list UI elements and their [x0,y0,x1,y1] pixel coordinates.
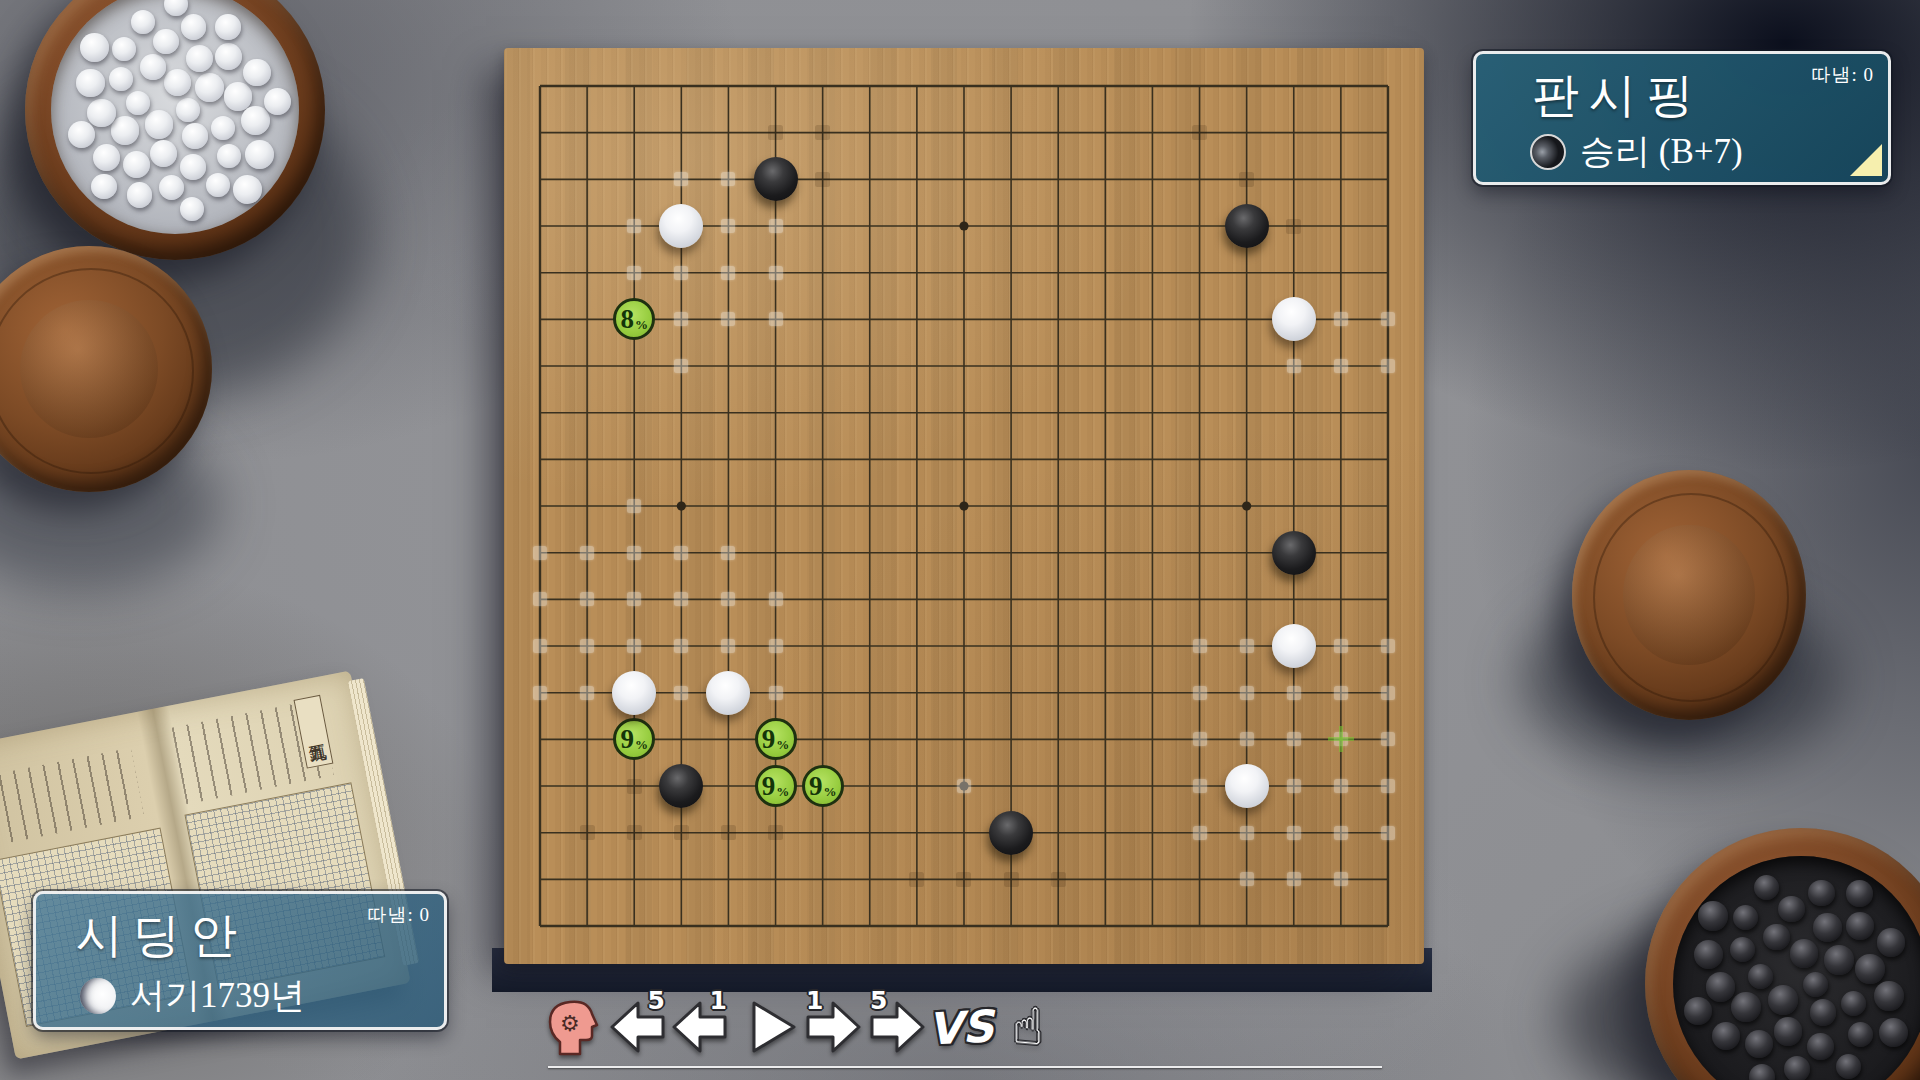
white-bowl-stone [215,43,242,70]
territory-white-square [1381,359,1395,373]
black-bowl-stone [1745,1030,1773,1058]
territory-white-square [1193,779,1207,793]
territory-white-square [1381,826,1395,840]
white-bowl-stone [93,144,120,171]
vs-mode-button[interactable]: VS [931,998,991,1056]
white-bowl-stone [195,73,224,102]
vs-label: VS [927,1000,995,1054]
territory-white-square [721,546,735,560]
back-1-button[interactable]: 1 [669,998,729,1056]
white-bowl-stone [224,82,253,111]
arrow-left-icon [609,1000,665,1054]
territory-white-square [721,172,735,186]
star-point [959,221,968,230]
black-bowl-stone [1790,939,1818,967]
black-bowl-stone [1855,954,1885,984]
territory-white-square [1381,312,1395,326]
era-label: 서기1739년 [130,972,305,1019]
star-point [677,501,686,510]
territory-white-square [674,639,688,653]
play-button[interactable] [744,998,804,1056]
black-bowl-stone [1774,1017,1802,1045]
black-stone-F17 [754,157,798,201]
territory-black-square [1051,872,1066,887]
black-bowl-stone [1784,1056,1811,1080]
white-bowl-stone [150,140,177,167]
gear-icon: ⚙ [560,1011,580,1036]
white-bowl-stone [164,69,191,96]
black-bowl-stone [1877,928,1905,956]
white-bowl-stone [206,173,230,197]
white-bowl-stone [111,116,140,145]
black-bowl-stone [1807,1033,1834,1060]
territory-black-square [815,172,830,187]
black-bowl-stone [1712,1022,1740,1050]
territory-white-square [627,546,641,560]
black-stone-Q16 [1225,204,1269,248]
territory-white-square [769,266,783,280]
black-bowl-stone [1836,1054,1861,1079]
win-rate-value: 8 [620,306,634,333]
white-bowl-stone [112,37,136,61]
best-move-hint-cross [1328,726,1354,752]
territory-white-square [580,592,594,606]
white-bowl-stone [126,91,150,115]
win-rate-marker-F5[interactable]: 9% [755,718,797,760]
territory-white-square [674,686,688,700]
black-bowl-stone [1694,940,1724,970]
black-bowl-stone [1698,901,1728,931]
white-bowl-stone [153,29,179,55]
black-bowl-stone [1733,905,1758,930]
ai-analysis-button[interactable]: ⚙ [543,998,603,1056]
white-bowl-stone [123,151,150,178]
territory-white-square [1193,826,1207,840]
territory-white-square [1240,826,1254,840]
territory-white-square [1334,779,1348,793]
black-bowl-stone [1684,997,1712,1025]
white-bowl-stone [217,144,241,168]
territory-white-square [1193,639,1207,653]
territory-black-square [674,825,689,840]
territory-white-square [1240,686,1254,700]
black-bowl-stone [1810,999,1837,1026]
white-bowl-stone [159,175,185,201]
arrow-right-icon [870,1000,926,1054]
territory-white-square [721,639,735,653]
black-stone-R9 [1272,531,1316,575]
territory-white-square [1334,686,1348,700]
white-bowl-stone [233,175,262,204]
white-bowl-stone [180,197,204,221]
white-bowl-stone [145,110,174,139]
territory-white-square [1240,639,1254,653]
board-grid [504,48,1424,964]
white-bowl-stone [131,10,155,34]
territory-white-square [721,312,735,326]
territory-black-square [1286,219,1301,234]
territory-black-square [627,825,642,840]
captures-label-black: 따냄: 0 [1811,62,1874,88]
white-bowl-stone [211,116,235,140]
go-review-screen: 九五鎮 8%9%9%9%9% 따냄: 0 판시핑 승리 (B+7) 따냄: 0 … [0,0,1920,1080]
territory-white-square [1334,639,1348,653]
territory-white-square [627,219,641,233]
percent-sign: % [776,738,789,751]
percent-sign: % [823,785,836,798]
territory-white-square [769,219,783,233]
white-bowl-stone [91,174,117,200]
territory-white-square [674,266,688,280]
territory-white-square [1287,359,1301,373]
territory-white-square [1334,359,1348,373]
territory-white-square [1287,779,1301,793]
white-bowl-stone [182,123,208,149]
white-bowl-stone [181,14,207,40]
win-rate-marker-G4[interactable]: 9% [802,765,844,807]
territory-black-square [721,825,736,840]
result-label: 승리 (B+7) [1580,128,1743,175]
black-bowl-stone [1841,991,1866,1016]
forward-1-button[interactable]: 1 [804,998,864,1056]
territory-white-square [580,686,594,700]
white-stone-E6 [706,671,750,715]
player-name-white: 시딩안 [76,904,247,967]
white-bowl-stone [243,59,270,86]
black-bowl-stone [1846,912,1874,940]
black-bowl-stone [1754,875,1779,900]
win-rate-value: 9 [762,726,776,753]
white-bowl-stone [180,154,206,180]
territory-white-square [1193,686,1207,700]
white-bowl-stone [109,67,133,91]
black-bowl-stone [1748,964,1773,989]
territory-black-square [580,825,595,840]
territory-black-square [1192,125,1207,140]
play-icon [751,1000,797,1054]
territory-black-square [768,125,783,140]
black-bowl-stone [1879,1018,1909,1048]
territory-white-square [674,172,688,186]
player-name-black: 판시핑 [1532,64,1703,127]
territory-white-square [1287,872,1301,886]
territory-black-square [1004,872,1019,887]
white-bowl-stone [245,140,274,169]
territory-white-square [1193,732,1207,746]
territory-white-square [674,592,688,606]
territory-white-square [627,499,641,513]
white-bowl-stone [76,69,105,98]
percent-sign: % [635,738,648,751]
white-stone-D16 [659,204,703,248]
territory-white-square [1287,826,1301,840]
territory-white-square [1381,639,1395,653]
white-bowl-stone [140,54,166,80]
black-bowl-stone [1778,896,1805,923]
white-bowl-stone [215,14,241,40]
go-board[interactable]: 8%9%9%9%9% [504,48,1424,964]
black-bowl-stone [1874,981,1904,1011]
territory-white-square [1334,826,1348,840]
white-bowl-stone [127,182,153,208]
forward-5-button[interactable]: 5 [868,998,928,1056]
win-rate-value: 9 [762,773,776,800]
territory-white-square [533,546,547,560]
territory-black-square [956,872,971,887]
territory-white-square [627,592,641,606]
tap-mode-button[interactable]: ☝ [998,998,1058,1056]
territory-black-square [909,872,924,887]
white-stones-in-bowl [51,0,299,234]
white-stone-Q4 [1225,764,1269,808]
white-bowl-stone [80,33,109,62]
territory-white-square [721,219,735,233]
back-5-button[interactable]: 5 [607,998,667,1056]
territory-white-square [674,312,688,326]
black-bowl-stone [1846,880,1873,907]
territory-black-square [815,125,830,140]
territory-white-square [1287,686,1301,700]
white-stone-R7 [1272,624,1316,668]
white-bowl-stone [186,45,213,72]
territory-white-square [769,592,783,606]
black-bowl-stone [1763,924,1790,951]
black-bowl-stone [1730,937,1755,962]
black-bowl-stone [1749,1064,1776,1080]
percent-sign: % [635,318,648,331]
win-rate-marker-F4[interactable]: 9% [755,765,797,807]
territory-white-square [957,779,971,793]
arrow-left-icon [671,1000,727,1054]
territory-white-square [769,639,783,653]
white-bowl-stone [241,106,270,135]
white-stone-C6 [612,671,656,715]
territory-white-square [627,266,641,280]
player-card-black: 따냄: 0 판시핑 승리 (B+7) [1473,51,1891,185]
arrow-right-icon [806,1000,862,1054]
percent-sign: % [776,785,789,798]
star-point [1242,501,1251,510]
territory-white-square [1287,732,1301,746]
win-rate-value: 9 [620,726,634,753]
territory-white-square [674,359,688,373]
territory-white-square [1381,779,1395,793]
territory-white-square [580,546,594,560]
territory-white-square [1240,732,1254,746]
territory-white-square [1381,686,1395,700]
territory-white-square [1240,872,1254,886]
card-corner-fold-button[interactable] [1850,144,1882,176]
captures-label-white: 따냄: 0 [367,902,430,928]
black-stone-icon [1530,134,1566,170]
white-bowl-stone [68,121,95,148]
player-card-white: 따냄: 0 시딩안 서기1739년 [33,891,447,1030]
white-stone-icon [80,978,116,1014]
territory-white-square [1334,872,1348,886]
black-bowl-stone [1731,992,1761,1022]
territory-white-square [769,686,783,700]
black-bowl-stone [1768,985,1798,1015]
territory-white-square [533,639,547,653]
territory-white-square [580,639,594,653]
black-bowl-stone [1813,913,1841,941]
territory-black-square [1239,172,1254,187]
star-point [959,501,968,510]
white-stone-R14 [1272,297,1316,341]
bowl-lid-right [1572,470,1806,720]
territory-white-square [721,266,735,280]
territory-white-square [721,592,735,606]
win-rate-value: 9 [809,773,823,800]
territory-white-square [533,686,547,700]
black-bowl-stone [1706,972,1736,1002]
territory-white-square [674,546,688,560]
hand-pointer-icon: ☝ [1013,998,1043,1056]
territory-white-square [769,312,783,326]
territory-white-square [627,639,641,653]
territory-white-square [533,592,547,606]
white-bowl-stone [164,0,188,16]
territory-white-square [1381,732,1395,746]
black-bowl-stone [1848,1022,1873,1047]
white-bowl-stone [264,88,291,115]
territory-black-square [768,825,783,840]
black-stones-in-bowl [1673,856,1920,1080]
territory-white-square [1334,312,1348,326]
white-bowl-stone [176,98,200,122]
black-bowl-stone [1824,945,1854,975]
black-stone-L3 [989,811,1033,855]
black-bowl-stone [1803,972,1828,997]
black-bowl-stone [1808,880,1835,907]
territory-black-square [627,779,642,794]
